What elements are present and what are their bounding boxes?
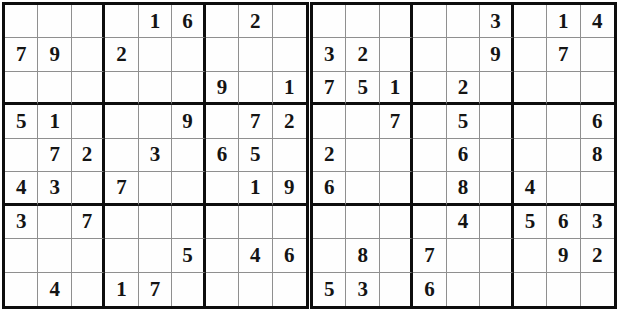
right-board-cell-r9c4[interactable]: 6	[413, 273, 446, 306]
left-board-cell-r4c7[interactable]	[206, 105, 239, 138]
right-board-cell-r7c3[interactable]	[380, 206, 413, 239]
sudoku-board-left: 1627929151972723654371937546417	[2, 2, 309, 309]
right-board-cell-r2c2[interactable]: 2	[346, 38, 379, 71]
left-board-cell-r6c8[interactable]: 1	[239, 172, 272, 205]
left-board-cell-r7c6[interactable]	[172, 206, 205, 239]
right-board-cell-r1c5[interactable]	[447, 5, 480, 38]
left-board-cell-r1c7[interactable]	[206, 5, 239, 38]
left-board-cell-r2c6[interactable]	[172, 38, 205, 71]
right-board-cell-r1c2[interactable]	[346, 5, 379, 38]
right-board-cell-r5c6[interactable]	[480, 139, 513, 172]
left-board-cell-r4c9[interactable]: 2	[273, 105, 306, 138]
left-board-cell-r8c8[interactable]: 4	[239, 239, 272, 272]
left-board-cell-r4c3[interactable]	[72, 105, 105, 138]
left-board-cell-r3c8[interactable]	[239, 72, 272, 105]
left-board-cell-r9c3[interactable]	[72, 273, 105, 306]
right-board-cell-r8c9[interactable]: 2	[581, 239, 614, 272]
right-board-cell-r3c6[interactable]	[480, 72, 513, 105]
right-board-cell-r1c8[interactable]: 1	[547, 5, 580, 38]
left-board-cell-r7c1[interactable]: 3	[5, 206, 38, 239]
right-board-cell-r6c3[interactable]	[380, 172, 413, 205]
left-board-cell-r1c1[interactable]	[5, 5, 38, 38]
left-board-cell-r3c5[interactable]	[139, 72, 172, 105]
right-board-cell-r1c6[interactable]: 3	[480, 5, 513, 38]
right-board-cell-r1c7[interactable]	[514, 5, 547, 38]
left-board-cell-r7c4[interactable]	[105, 206, 138, 239]
right-board-cell-r7c6[interactable]	[480, 206, 513, 239]
left-board-cell-r1c9[interactable]	[273, 5, 306, 38]
left-board-cell-r6c5[interactable]	[139, 172, 172, 205]
left-board-cell-r7c9[interactable]	[273, 206, 306, 239]
left-board-cell-r8c6[interactable]: 5	[172, 239, 205, 272]
right-board-cell-r4c5[interactable]: 5	[447, 105, 480, 138]
right-board-cell-r4c7[interactable]	[514, 105, 547, 138]
left-board-cell-r9c4[interactable]: 1	[105, 273, 138, 306]
left-board-cell-r6c4[interactable]: 7	[105, 172, 138, 205]
left-board-cell-r8c2[interactable]	[38, 239, 71, 272]
right-board-cell-r7c2[interactable]	[346, 206, 379, 239]
right-board-cell-r3c9[interactable]	[581, 72, 614, 105]
left-board-cell-r8c3[interactable]	[72, 239, 105, 272]
left-board-cell-r4c2[interactable]: 1	[38, 105, 71, 138]
right-board-cell-r2c4[interactable]	[413, 38, 446, 71]
right-board-cell-r2c6[interactable]: 9	[480, 38, 513, 71]
right-board-cell-r6c7[interactable]: 4	[514, 172, 547, 205]
right-board-cell-r5c4[interactable]	[413, 139, 446, 172]
right-board-cell-r8c7[interactable]	[514, 239, 547, 272]
right-board-cell-r4c4[interactable]	[413, 105, 446, 138]
right-board-cell-r5c1[interactable]: 2	[313, 139, 346, 172]
right-board-cell-r7c9[interactable]: 3	[581, 206, 614, 239]
left-board-cell-r2c5[interactable]	[139, 38, 172, 71]
left-board-cell-r1c8[interactable]: 2	[239, 5, 272, 38]
right-board-cell-r2c3[interactable]	[380, 38, 413, 71]
right-board-cell-r9c6[interactable]	[480, 273, 513, 306]
right-board-cell-r3c5[interactable]: 2	[447, 72, 480, 105]
left-board-cell-r5c1[interactable]	[5, 139, 38, 172]
right-board-cell-r5c2[interactable]	[346, 139, 379, 172]
left-board-cell-r5c7[interactable]: 6	[206, 139, 239, 172]
left-board-cell-r8c4[interactable]	[105, 239, 138, 272]
left-board-cell-r4c4[interactable]	[105, 105, 138, 138]
right-board-cell-r7c5[interactable]: 4	[447, 206, 480, 239]
right-board-cell-r9c8[interactable]	[547, 273, 580, 306]
left-board-cell-r2c9[interactable]	[273, 38, 306, 71]
left-board-cell-r5c3[interactable]: 2	[72, 139, 105, 172]
right-board-cell-r5c5[interactable]: 6	[447, 139, 480, 172]
right-board-cell-r9c5[interactable]	[447, 273, 480, 306]
right-board-cell-r6c2[interactable]	[346, 172, 379, 205]
left-board-cell-r6c9[interactable]: 9	[273, 172, 306, 205]
right-board-cell-r9c7[interactable]	[514, 273, 547, 306]
right-board-cell-r7c8[interactable]: 6	[547, 206, 580, 239]
right-board-cell-r6c6[interactable]	[480, 172, 513, 205]
right-board-cell-r4c9[interactable]: 6	[581, 105, 614, 138]
left-board-cell-r5c8[interactable]: 5	[239, 139, 272, 172]
right-board-cell-r9c1[interactable]: 5	[313, 273, 346, 306]
right-board-cell-r4c3[interactable]: 7	[380, 105, 413, 138]
sudoku-board-right: 3143297751275626868445638792536	[310, 2, 617, 309]
right-board-cell-r5c8[interactable]	[547, 139, 580, 172]
right-board-cell-r5c3[interactable]	[380, 139, 413, 172]
right-board-cell-r5c9[interactable]: 8	[581, 139, 614, 172]
right-board-cell-r7c1[interactable]	[313, 206, 346, 239]
right-board-cell-r1c9[interactable]: 4	[581, 5, 614, 38]
left-board-cell-r3c3[interactable]	[72, 72, 105, 105]
right-board-cell-r8c4[interactable]: 7	[413, 239, 446, 272]
right-board-cell-r9c9[interactable]	[581, 273, 614, 306]
right-board-cell-r1c1[interactable]	[313, 5, 346, 38]
left-board-cell-r4c5[interactable]	[139, 105, 172, 138]
left-board-cell-r3c7[interactable]: 9	[206, 72, 239, 105]
right-board-cell-r6c8[interactable]	[547, 172, 580, 205]
left-board-cell-r1c3[interactable]	[72, 5, 105, 38]
right-board-cell-r1c4[interactable]	[413, 5, 446, 38]
right-board-cell-r8c6[interactable]	[480, 239, 513, 272]
left-board-cell-r9c8[interactable]	[239, 273, 272, 306]
left-board-cell-r1c2[interactable]	[38, 5, 71, 38]
left-board-cell-r2c3[interactable]	[72, 38, 105, 71]
left-board-cell-r6c2[interactable]: 3	[38, 172, 71, 205]
left-board-cell-r2c8[interactable]	[239, 38, 272, 71]
right-board-cell-r2c1[interactable]: 3	[313, 38, 346, 71]
left-board-cell-r2c2[interactable]: 9	[38, 38, 71, 71]
left-board-cell-r8c5[interactable]	[139, 239, 172, 272]
right-board-cell-r8c8[interactable]: 9	[547, 239, 580, 272]
left-board-cell-r7c7[interactable]	[206, 206, 239, 239]
left-board-cell-r5c6[interactable]	[172, 139, 205, 172]
right-board-cell-r5c7[interactable]	[514, 139, 547, 172]
right-board-cell-r4c2[interactable]	[346, 105, 379, 138]
left-board-cell-r4c1[interactable]: 5	[5, 105, 38, 138]
left-board-cell-r6c7[interactable]	[206, 172, 239, 205]
right-board-cell-r2c9[interactable]	[581, 38, 614, 71]
left-board-cell-r5c5[interactable]: 3	[139, 139, 172, 172]
right-board-cell-r3c4[interactable]	[413, 72, 446, 105]
right-board-cell-r9c3[interactable]	[380, 273, 413, 306]
right-board-cell-r3c1[interactable]: 7	[313, 72, 346, 105]
right-board-cell-r3c3[interactable]: 1	[380, 72, 413, 105]
left-board-cell-r2c1[interactable]: 7	[5, 38, 38, 71]
sudoku-page: 1627929151972723654371937546417 31432977…	[0, 0, 620, 311]
right-board-cell-r4c6[interactable]	[480, 105, 513, 138]
left-board-cell-r5c4[interactable]	[105, 139, 138, 172]
left-board-cell-r9c7[interactable]	[206, 273, 239, 306]
left-board-cell-r6c1[interactable]: 4	[5, 172, 38, 205]
left-board-cell-r7c3[interactable]: 7	[72, 206, 105, 239]
right-board-cell-r7c4[interactable]	[413, 206, 446, 239]
left-board-cell-r3c6[interactable]	[172, 72, 205, 105]
right-board-cell-r4c1[interactable]	[313, 105, 346, 138]
left-board-cell-r4c6[interactable]: 9	[172, 105, 205, 138]
right-board-cell-r8c5[interactable]	[447, 239, 480, 272]
right-board-cell-r8c1[interactable]	[313, 239, 346, 272]
left-board-cell-r3c1[interactable]	[5, 72, 38, 105]
left-board-cell-r3c4[interactable]	[105, 72, 138, 105]
right-board-cell-r3c2[interactable]: 5	[346, 72, 379, 105]
left-board-cell-r1c5[interactable]: 1	[139, 5, 172, 38]
left-board-cell-r9c1[interactable]	[5, 273, 38, 306]
left-board-cell-r9c2[interactable]: 4	[38, 273, 71, 306]
left-board-cell-r7c5[interactable]	[139, 206, 172, 239]
left-board-cell-r9c9[interactable]	[273, 273, 306, 306]
right-board-cell-r8c3[interactable]	[380, 239, 413, 272]
left-board-cell-r7c2[interactable]	[38, 206, 71, 239]
left-board-cell-r3c2[interactable]	[38, 72, 71, 105]
left-board-cell-r1c4[interactable]	[105, 5, 138, 38]
right-board-cell-r9c2[interactable]: 3	[346, 273, 379, 306]
right-board-cell-r3c8[interactable]	[547, 72, 580, 105]
right-board-cell-r2c7[interactable]	[514, 38, 547, 71]
left-board-cell-r8c7[interactable]	[206, 239, 239, 272]
left-board-cell-r7c8[interactable]	[239, 206, 272, 239]
left-board-cell-r5c9[interactable]	[273, 139, 306, 172]
left-board-cell-r6c3[interactable]	[72, 172, 105, 205]
right-board-cell-r8c2[interactable]: 8	[346, 239, 379, 272]
left-board-cell-r9c6[interactable]	[172, 273, 205, 306]
right-board-cell-r6c5[interactable]: 8	[447, 172, 480, 205]
right-board-cell-r1c3[interactable]	[380, 5, 413, 38]
left-board-cell-r8c9[interactable]: 6	[273, 239, 306, 272]
right-board-cell-r4c8[interactable]	[547, 105, 580, 138]
left-board-cell-r1c6[interactable]: 6	[172, 5, 205, 38]
left-board-cell-r5c2[interactable]: 7	[38, 139, 71, 172]
right-board-cell-r7c7[interactable]: 5	[514, 206, 547, 239]
left-board-cell-r8c1[interactable]	[5, 239, 38, 272]
right-board-cell-r3c7[interactable]	[514, 72, 547, 105]
left-board-cell-r3c9[interactable]: 1	[273, 72, 306, 105]
left-board-cell-r9c5[interactable]: 7	[139, 273, 172, 306]
right-board-cell-r2c8[interactable]: 7	[547, 38, 580, 71]
left-board-cell-r2c4[interactable]: 2	[105, 38, 138, 71]
right-board-cell-r6c1[interactable]: 6	[313, 172, 346, 205]
left-board-cell-r4c8[interactable]: 7	[239, 105, 272, 138]
right-board-cell-r6c9[interactable]	[581, 172, 614, 205]
left-board-cell-r2c7[interactable]	[206, 38, 239, 71]
right-board-cell-r2c5[interactable]	[447, 38, 480, 71]
left-board-cell-r6c6[interactable]	[172, 172, 205, 205]
right-board-cell-r6c4[interactable]	[413, 172, 446, 205]
